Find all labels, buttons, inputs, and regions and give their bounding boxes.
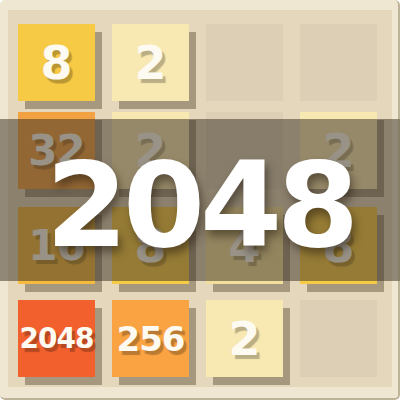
- board-background: 8232221684820482562 2048: [8, 10, 392, 387]
- empty-cell: [206, 24, 283, 101]
- tile-256: 256: [112, 300, 189, 377]
- tile-8: 8: [18, 24, 95, 101]
- title-overlay-band: 2048: [0, 119, 400, 281]
- empty-cell: [300, 24, 377, 101]
- empty-cell: [300, 300, 377, 377]
- game-2048-app: 8232221684820482562 2048: [0, 0, 400, 400]
- game-title: 2048: [46, 136, 354, 264]
- tile-2048: 2048: [18, 300, 95, 377]
- tile-2: 2: [206, 300, 283, 377]
- tile-2: 2: [112, 24, 189, 101]
